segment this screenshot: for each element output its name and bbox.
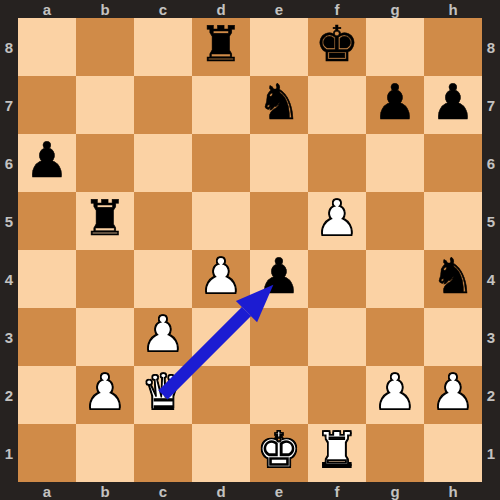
square-d6[interactable]	[192, 134, 250, 192]
square-g2[interactable]: ♟	[366, 366, 424, 424]
square-h4[interactable]: ♞	[424, 250, 482, 308]
square-g1[interactable]	[366, 424, 424, 482]
file-label-top-g: g	[366, 0, 424, 18]
square-f3[interactable]	[308, 308, 366, 366]
file-label-bottom-c: c	[134, 482, 192, 500]
square-e8[interactable]	[250, 18, 308, 76]
piece-black-rook[interactable]: ♜	[199, 16, 243, 74]
square-h1[interactable]	[424, 424, 482, 482]
square-c6[interactable]	[134, 134, 192, 192]
square-h7[interactable]: ♟	[424, 76, 482, 134]
file-label-bottom-f: f	[308, 482, 366, 500]
square-h6[interactable]	[424, 134, 482, 192]
rank-label-right-7: 7	[482, 76, 500, 134]
square-a1[interactable]	[18, 424, 76, 482]
file-label-top-h: h	[424, 0, 482, 18]
file-label-top-a: a	[18, 0, 76, 18]
rank-label-right-4: 4	[482, 250, 500, 308]
square-d8[interactable]: ♜	[192, 18, 250, 76]
file-label-top-d: d	[192, 0, 250, 18]
file-label-bottom-e: e	[250, 482, 308, 500]
square-a6[interactable]: ♟	[18, 134, 76, 192]
square-g4[interactable]	[366, 250, 424, 308]
square-a2[interactable]	[18, 366, 76, 424]
square-b6[interactable]	[76, 134, 134, 192]
square-d7[interactable]	[192, 76, 250, 134]
square-c7[interactable]	[134, 76, 192, 134]
square-a3[interactable]	[18, 308, 76, 366]
square-c4[interactable]	[134, 250, 192, 308]
rank-label-right-3: 3	[482, 308, 500, 366]
square-h5[interactable]	[424, 192, 482, 250]
rank-label-left-7: 7	[0, 76, 18, 134]
piece-white-pawn[interactable]: ♟	[431, 364, 475, 422]
piece-white-pawn[interactable]: ♟	[315, 190, 359, 248]
square-e3[interactable]	[250, 308, 308, 366]
rank-label-right-2: 2	[482, 366, 500, 424]
piece-black-pawn[interactable]: ♟	[25, 132, 69, 190]
rank-label-right-1: 1	[482, 424, 500, 482]
square-d5[interactable]	[192, 192, 250, 250]
file-label-bottom-a: a	[18, 482, 76, 500]
square-g6[interactable]	[366, 134, 424, 192]
piece-black-pawn[interactable]: ♟	[431, 74, 475, 132]
rank-label-right-6: 6	[482, 134, 500, 192]
piece-black-knight[interactable]: ♞	[257, 74, 301, 132]
square-f2[interactable]	[308, 366, 366, 424]
square-a4[interactable]	[18, 250, 76, 308]
rank-label-left-3: 3	[0, 308, 18, 366]
piece-white-pawn[interactable]: ♟	[373, 364, 417, 422]
square-b7[interactable]	[76, 76, 134, 134]
rank-label-right-8: 8	[482, 18, 500, 76]
square-h8[interactable]	[424, 18, 482, 76]
square-b4[interactable]	[76, 250, 134, 308]
square-f8[interactable]: ♚	[308, 18, 366, 76]
rank-label-left-2: 2	[0, 366, 18, 424]
square-d2[interactable]	[192, 366, 250, 424]
square-c2[interactable]: ♛	[134, 366, 192, 424]
square-h3[interactable]	[424, 308, 482, 366]
square-c1[interactable]	[134, 424, 192, 482]
square-a7[interactable]	[18, 76, 76, 134]
file-label-bottom-h: h	[424, 482, 482, 500]
piece-black-knight[interactable]: ♞	[431, 248, 475, 306]
square-f1[interactable]: ♜	[308, 424, 366, 482]
piece-black-pawn[interactable]: ♟	[257, 248, 301, 306]
square-d4[interactable]: ♟	[192, 250, 250, 308]
file-label-bottom-d: d	[192, 482, 250, 500]
file-label-bottom-b: b	[76, 482, 134, 500]
rank-label-right-5: 5	[482, 192, 500, 250]
square-g8[interactable]	[366, 18, 424, 76]
chess-board[interactable]: ♜♚♞♟♟♟♜♟♟♟♞♟♟♛♟♟♚♜	[18, 18, 482, 482]
piece-white-king[interactable]: ♚	[257, 422, 301, 480]
square-b2[interactable]: ♟	[76, 366, 134, 424]
square-a8[interactable]	[18, 18, 76, 76]
file-label-top-f: f	[308, 0, 366, 18]
piece-black-pawn[interactable]: ♟	[373, 74, 417, 132]
rank-label-left-6: 6	[0, 134, 18, 192]
square-e6[interactable]	[250, 134, 308, 192]
square-c5[interactable]	[134, 192, 192, 250]
square-f6[interactable]	[308, 134, 366, 192]
square-d3[interactable]	[192, 308, 250, 366]
piece-white-rook[interactable]: ♜	[315, 422, 359, 480]
square-b5[interactable]: ♜	[76, 192, 134, 250]
piece-black-king[interactable]: ♚	[315, 16, 359, 74]
rank-label-left-4: 4	[0, 250, 18, 308]
square-b8[interactable]	[76, 18, 134, 76]
chess-app: ♜♚♞♟♟♟♜♟♟♟♞♟♟♛♟♟♚♜ aabbccddeeffgghh88776…	[0, 0, 500, 500]
square-e4[interactable]: ♟	[250, 250, 308, 308]
square-e2[interactable]	[250, 366, 308, 424]
square-f5[interactable]: ♟	[308, 192, 366, 250]
square-g5[interactable]	[366, 192, 424, 250]
piece-white-queen[interactable]: ♛	[141, 364, 185, 422]
file-label-top-e: e	[250, 0, 308, 18]
square-e5[interactable]	[250, 192, 308, 250]
piece-white-pawn[interactable]: ♟	[83, 364, 127, 422]
rank-label-left-1: 1	[0, 424, 18, 482]
file-label-top-b: b	[76, 0, 134, 18]
square-b1[interactable]	[76, 424, 134, 482]
square-b3[interactable]	[76, 308, 134, 366]
square-e7[interactable]: ♞	[250, 76, 308, 134]
square-e1[interactable]: ♚	[250, 424, 308, 482]
square-g3[interactable]	[366, 308, 424, 366]
square-h2[interactable]: ♟	[424, 366, 482, 424]
piece-black-rook[interactable]: ♜	[83, 190, 127, 248]
square-g7[interactable]: ♟	[366, 76, 424, 134]
square-d1[interactable]	[192, 424, 250, 482]
square-a5[interactable]	[18, 192, 76, 250]
square-c8[interactable]	[134, 18, 192, 76]
piece-white-pawn[interactable]: ♟	[199, 248, 243, 306]
file-label-top-c: c	[134, 0, 192, 18]
square-f7[interactable]	[308, 76, 366, 134]
square-c3[interactable]: ♟	[134, 308, 192, 366]
square-f4[interactable]	[308, 250, 366, 308]
file-label-bottom-g: g	[366, 482, 424, 500]
piece-white-pawn[interactable]: ♟	[141, 306, 185, 364]
rank-label-left-8: 8	[0, 18, 18, 76]
rank-label-left-5: 5	[0, 192, 18, 250]
